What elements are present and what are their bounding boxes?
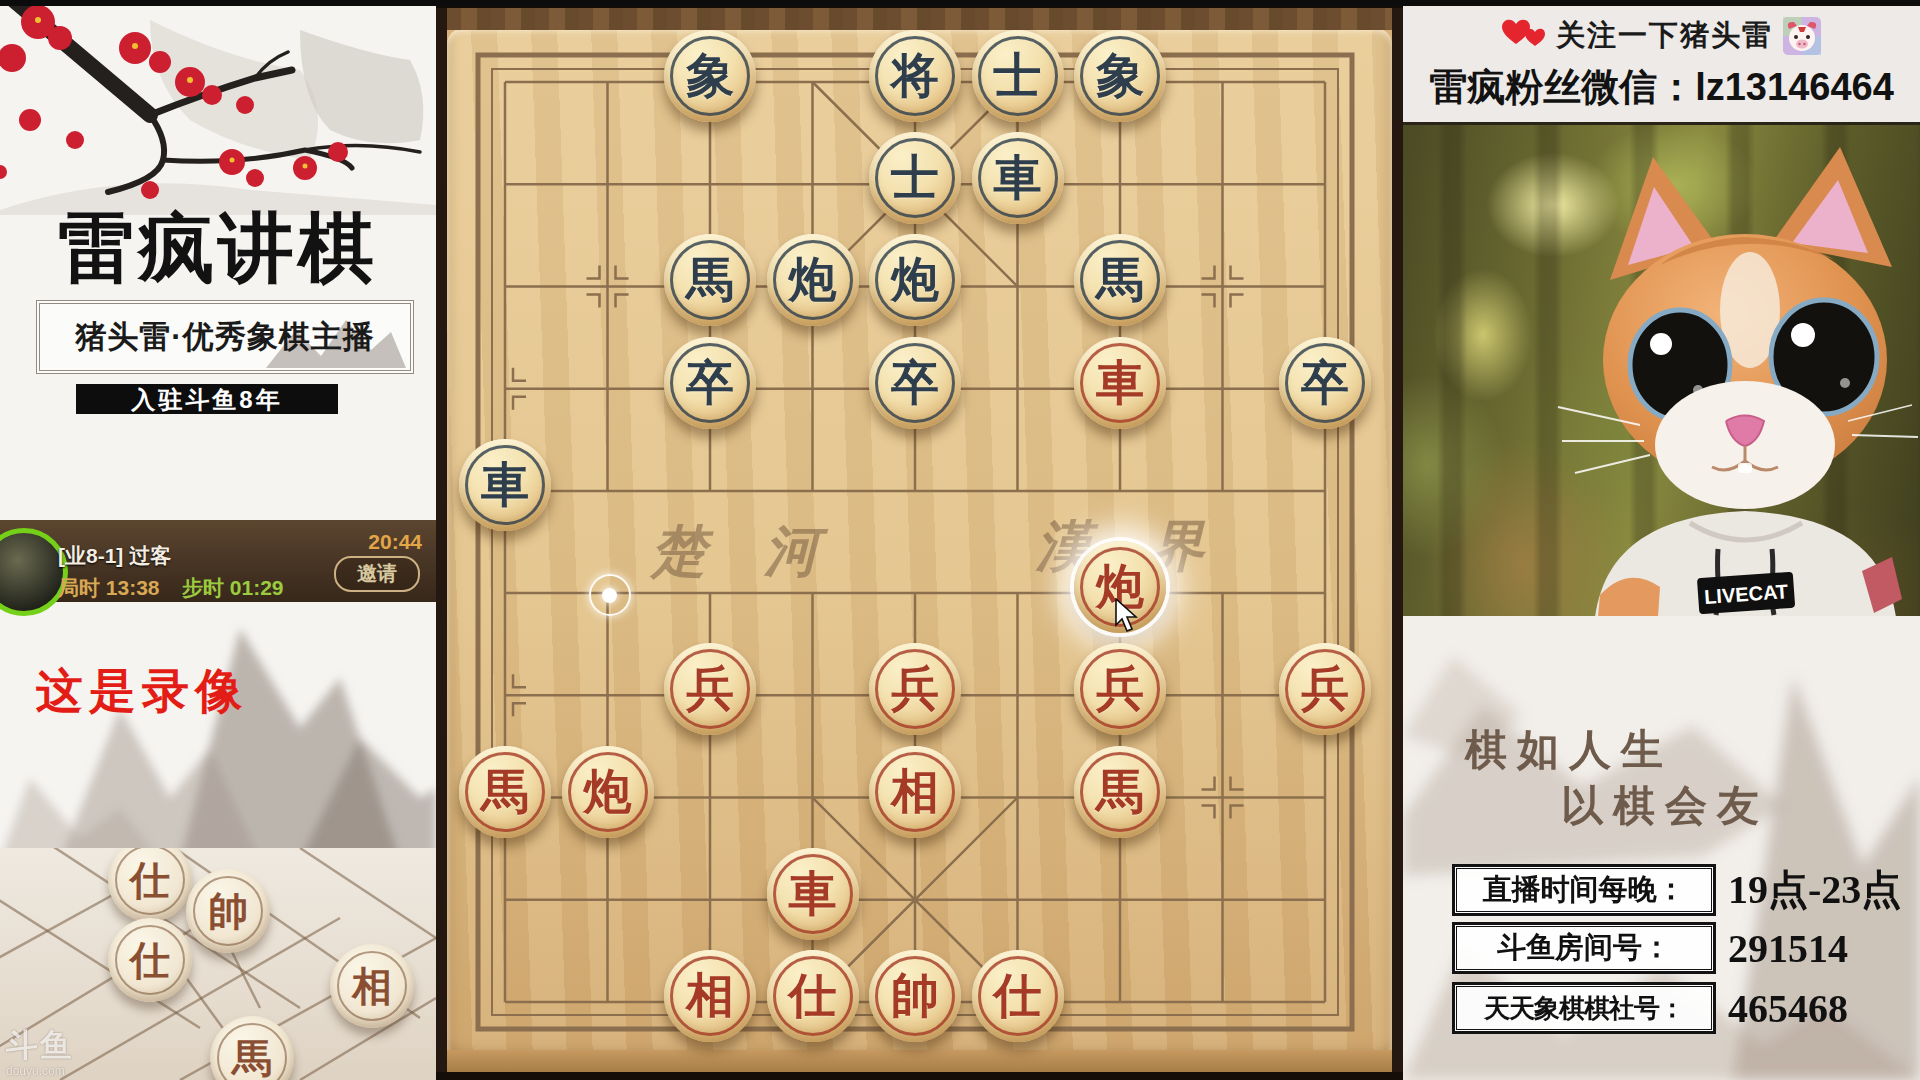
piece-ring	[465, 445, 545, 525]
wechat-line: 雷疯粉丝微信：lz13146464	[1403, 62, 1920, 113]
invite-button[interactable]: 邀请	[334, 556, 420, 592]
piece-red-chariot-c4r9[interactable]: 車	[767, 848, 859, 940]
room-number-label-box: 斗鱼房间号：	[1452, 922, 1716, 974]
piece-red-soldier-c5r7[interactable]: 兵	[869, 643, 961, 735]
pig-face-icon	[1783, 17, 1821, 55]
room-number-label: 斗鱼房间号：	[1497, 928, 1671, 968]
piece-black-soldier-c3r4[interactable]: 卒	[664, 337, 756, 429]
piece-red-general-c5r10[interactable]: 帥	[869, 950, 961, 1042]
piece-ring	[875, 36, 955, 116]
piece-ring	[875, 343, 955, 423]
right-panel-header: 关注一下猪头雷 雷疯粉丝微信：lz13146464	[1403, 0, 1920, 122]
info-row-club-number: 天天象棋棋社号： 465468	[1452, 982, 1848, 1034]
douyu-watermark: 斗鱼 douyu.com	[6, 1024, 74, 1078]
streamer-subtitle: 猪头雷·优秀象棋主播	[75, 316, 374, 358]
piece-ring	[875, 956, 955, 1036]
piece-red-elephant-c5r8[interactable]: 相	[869, 746, 961, 838]
photo-piece-相: 相	[330, 944, 414, 1028]
info-row-room-number: 斗鱼房间号： 291514	[1452, 922, 1848, 974]
left-panel: 雷疯讲棋 猪头雷·优秀象棋主播 入驻斗鱼8年 [业8-1] 过客 20:44 局…	[0, 0, 436, 1080]
slogan-line-1: 棋如人生	[1465, 722, 1673, 778]
piece-red-soldier-c7r7[interactable]: 兵	[1074, 643, 1166, 735]
piece-black-cannon-c5r3[interactable]: 炮	[869, 234, 961, 326]
piece-black-horse-c7r3[interactable]: 馬	[1074, 234, 1166, 326]
piece-red-advisor-c4r10[interactable]: 仕	[767, 950, 859, 1042]
cat-mascot: LIVECAT	[1540, 125, 1920, 617]
last-move-origin-marker	[589, 574, 631, 616]
piece-black-general-c5r1[interactable]: 将	[869, 30, 961, 122]
stream-screen: 雷疯讲棋 猪头雷·优秀象棋主播 入驻斗鱼8年 [业8-1] 过客 20:44 局…	[0, 0, 1920, 1080]
player-clock: 20:44	[368, 530, 422, 554]
slogan-line-2: 以棋会友	[1561, 778, 1769, 834]
club-number-label: 天天象棋棋社号：	[1484, 991, 1684, 1026]
follow-text: 关注一下猪头雷	[1556, 16, 1773, 56]
screen-top-border	[0, 0, 1920, 6]
live-time-label: 直播时间每晚：	[1483, 870, 1686, 910]
photo-piece-ring	[115, 848, 185, 915]
piece-ring	[978, 956, 1058, 1036]
piece-ring	[1285, 649, 1365, 729]
river-label-left: 楚河	[651, 515, 877, 589]
piece-black-chariot-c6r2[interactable]: 車	[972, 132, 1064, 224]
piece-ring	[465, 752, 545, 832]
piece-ring	[568, 752, 648, 832]
piece-ring	[670, 240, 750, 320]
live-time-value: 19点-23点	[1728, 862, 1901, 917]
piece-ring	[875, 752, 955, 832]
piece-red-horse-c1r8[interactable]: 馬	[459, 746, 551, 838]
photo-piece-帥: 帥	[186, 869, 270, 953]
piece-black-advisor-c6r1[interactable]: 士	[972, 30, 1064, 122]
piece-ring	[978, 138, 1058, 218]
piece-black-chariot-c1r5[interactable]: 車	[459, 439, 551, 531]
piece-ring	[670, 956, 750, 1036]
piece-ring	[773, 956, 853, 1036]
photo-piece-ring	[337, 951, 407, 1021]
club-number-label-box: 天天象棋棋社号：	[1452, 982, 1716, 1034]
channel-title: 雷疯讲棋	[0, 198, 436, 301]
photo-piece-ring	[217, 1023, 287, 1080]
piece-black-elephant-c7r1[interactable]: 象	[1074, 30, 1166, 122]
piece-ring	[1080, 649, 1160, 729]
piece-ring	[773, 240, 853, 320]
platform-ribbon: 入驻斗鱼8年	[76, 384, 338, 414]
piece-ring	[1080, 240, 1160, 320]
player-rank-name: [业8-1] 过客	[58, 542, 171, 570]
follow-line: 关注一下猪头雷	[1403, 16, 1920, 56]
piece-ring	[875, 240, 955, 320]
piece-ring	[773, 854, 853, 934]
plum-blossom-art	[0, 0, 436, 215]
mascot-photo: LIVECAT	[1403, 122, 1920, 619]
photo-piece-ring	[115, 925, 185, 995]
piece-black-cannon-c4r3[interactable]: 炮	[767, 234, 859, 326]
piece-ring	[1080, 36, 1160, 116]
real-chess-photo: 仕帥仕相馬 斗鱼 douyu.com	[0, 848, 436, 1080]
photo-piece-仕: 仕	[108, 918, 192, 1002]
piece-black-soldier-c9r4[interactable]: 卒	[1279, 337, 1371, 429]
piece-red-soldier-c9r7[interactable]: 兵	[1279, 643, 1371, 735]
piece-black-horse-c3r3[interactable]: 馬	[664, 234, 756, 326]
piece-red-soldier-c3r7[interactable]: 兵	[664, 643, 756, 735]
piece-ring	[875, 649, 955, 729]
live-time-label-box: 直播时间每晚：	[1452, 864, 1716, 916]
piece-ring	[1080, 752, 1160, 832]
recording-note: 这是录像	[36, 660, 248, 723]
right-panel: 关注一下猪头雷 雷疯粉丝微信：lz13146464	[1403, 0, 1920, 1080]
piece-red-chariot-c7r4[interactable]: 車	[1074, 337, 1166, 429]
photo-piece-ring	[193, 876, 263, 946]
mouse-cursor	[1114, 598, 1140, 634]
piece-black-soldier-c5r4[interactable]: 卒	[869, 337, 961, 429]
room-number-value: 291514	[1728, 925, 1848, 972]
douyu-logo-text: 斗鱼	[6, 1024, 74, 1068]
two-hearts-icon	[1502, 18, 1546, 54]
piece-red-advisor-c6r10[interactable]: 仕	[972, 950, 1064, 1042]
ink-mountains-art	[0, 598, 436, 860]
piece-ring	[1080, 343, 1160, 423]
piece-ring	[670, 36, 750, 116]
piece-ring	[1285, 343, 1365, 423]
piece-red-cannon-c2r8[interactable]: 炮	[562, 746, 654, 838]
opponent-player-bar: [业8-1] 过客 20:44 局时 13:38 步时 01:29 邀请	[0, 520, 436, 602]
streamer-subtitle-box: 猪头雷·优秀象棋主播	[36, 300, 414, 374]
piece-ring	[670, 343, 750, 423]
piece-red-elephant-c3r10[interactable]: 相	[664, 950, 756, 1042]
piece-black-elephant-c3r1[interactable]: 象	[664, 30, 756, 122]
info-row-live-time: 直播时间每晚： 19点-23点	[1452, 862, 1901, 917]
piece-ring	[875, 138, 955, 218]
club-number-value: 465468	[1728, 985, 1848, 1032]
douyu-url-text: douyu.com	[6, 1064, 74, 1078]
xiangqi-board-panel: 楚河 漢界 象将士象士車馬炮炮馬卒卒車卒車炮兵兵兵兵馬炮相馬車相仕帥仕	[436, 0, 1403, 1080]
piece-red-horse-c7r8[interactable]: 馬	[1074, 746, 1166, 838]
right-panel-footer: 棋如人生 以棋会友 直播时间每晚： 19点-23点 斗鱼房间号： 291514 …	[1403, 616, 1920, 1080]
piece-ring	[670, 649, 750, 729]
piece-ring	[978, 36, 1058, 116]
piece-black-advisor-c5r2[interactable]: 士	[869, 132, 961, 224]
